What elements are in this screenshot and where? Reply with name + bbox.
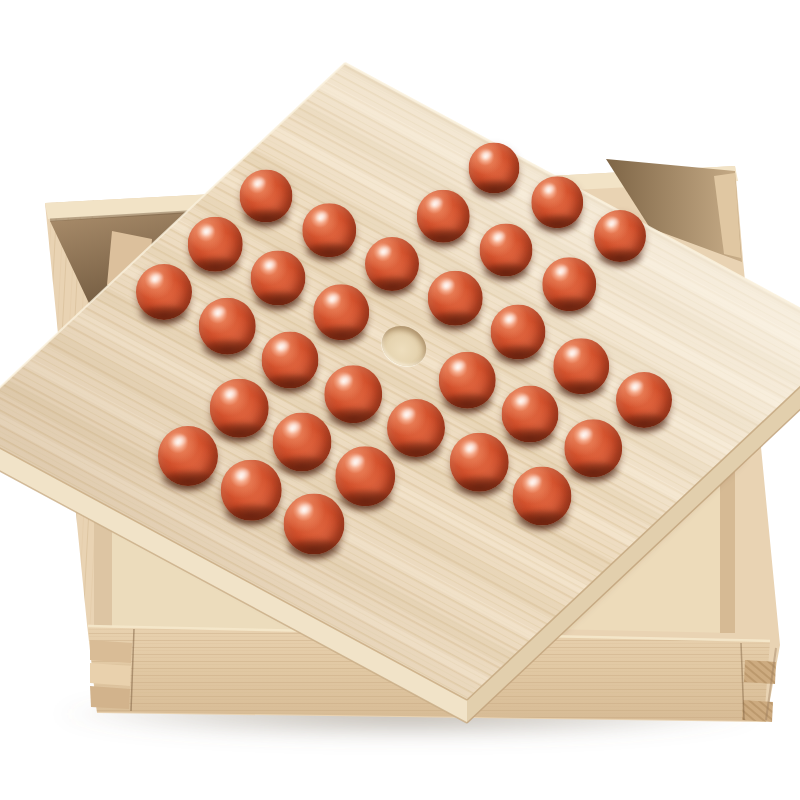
wood-scene	[0, 0, 800, 800]
marble-r0c3[interactable]	[531, 176, 583, 228]
marble-r2c0[interactable]	[240, 170, 293, 223]
marble-r2c6[interactable]	[616, 372, 672, 428]
marble-r4c5[interactable]	[450, 433, 509, 492]
marble-r2c1[interactable]	[302, 203, 356, 257]
marble-r1c3[interactable]	[480, 224, 533, 277]
marble-r1c2[interactable]	[417, 190, 470, 243]
marble-r4c2[interactable]	[262, 332, 319, 389]
marble-r4c3[interactable]	[324, 365, 382, 423]
marble-r5c3[interactable]	[273, 413, 332, 472]
marble-r4c4[interactable]	[387, 399, 445, 457]
product-photo-peg-solitaire	[0, 0, 800, 800]
marble-r5c2[interactable]	[210, 379, 269, 438]
marble-r3c4[interactable]	[439, 352, 496, 409]
marble-r3c1[interactable]	[251, 251, 306, 306]
marble-r6c4[interactable]	[284, 494, 345, 555]
marble-r3c6[interactable]	[564, 419, 622, 477]
marble-r3c0[interactable]	[188, 217, 243, 272]
marble-r4c0[interactable]	[136, 264, 192, 320]
marble-r6c3[interactable]	[221, 460, 282, 521]
marble-r4c1[interactable]	[199, 298, 256, 355]
marble-r3c5[interactable]	[502, 386, 559, 443]
marble-r2c2[interactable]	[365, 237, 419, 291]
marble-r4c6[interactable]	[513, 467, 572, 526]
marble-r2c5[interactable]	[553, 338, 609, 394]
marble-r1c4[interactable]	[542, 257, 596, 311]
marble-r0c2[interactable]	[469, 143, 520, 194]
marble-r2c3[interactable]	[428, 271, 483, 326]
marble-r5c4[interactable]	[335, 446, 395, 506]
marble-r2c4[interactable]	[491, 305, 546, 360]
marble-r0c4[interactable]	[594, 210, 646, 262]
marble-r3c2[interactable]	[313, 284, 369, 340]
marble-r6c2[interactable]	[158, 426, 218, 486]
